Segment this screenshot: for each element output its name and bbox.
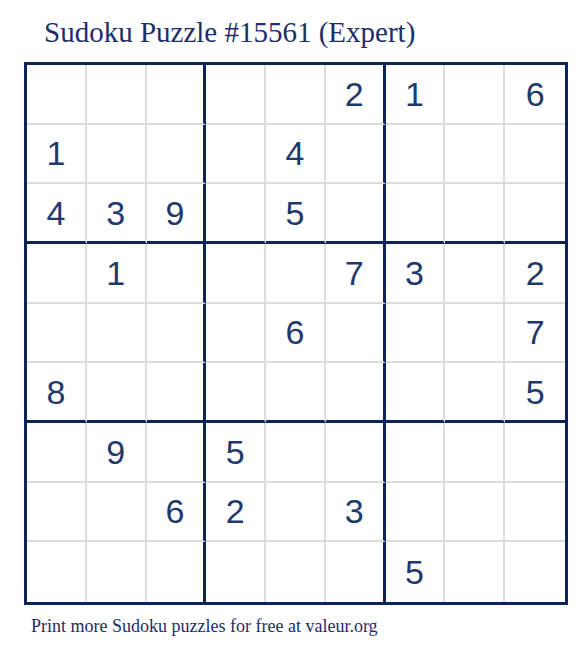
sudoku-board: 21614439517326785956235 xyxy=(24,62,568,605)
cell-r6c2[interactable] xyxy=(87,363,147,423)
cell-r6c5[interactable] xyxy=(266,363,326,423)
cell-r8c1[interactable] xyxy=(27,483,87,543)
cell-r9c8[interactable] xyxy=(445,542,505,602)
cell-r7c4[interactable]: 5 xyxy=(206,423,266,483)
cell-r1c4[interactable] xyxy=(206,65,266,125)
cell-r8c7[interactable] xyxy=(386,483,446,543)
cell-r5c3[interactable] xyxy=(147,304,207,364)
cell-r2c6[interactable] xyxy=(326,125,386,185)
cell-r3c6[interactable] xyxy=(326,184,386,244)
cell-r8c5[interactable] xyxy=(266,483,326,543)
cell-r2c2[interactable] xyxy=(87,125,147,185)
cell-r4c3[interactable] xyxy=(147,244,207,304)
cell-r3c9[interactable] xyxy=(505,184,565,244)
cell-r8c9[interactable] xyxy=(505,483,565,543)
cell-r7c5[interactable] xyxy=(266,423,326,483)
cell-r9c1[interactable] xyxy=(27,542,87,602)
cell-r6c4[interactable] xyxy=(206,363,266,423)
cell-r4c2[interactable]: 1 xyxy=(87,244,147,304)
cell-r5c7[interactable] xyxy=(386,304,446,364)
cell-r3c8[interactable] xyxy=(445,184,505,244)
cell-r4c6[interactable]: 7 xyxy=(326,244,386,304)
cell-r6c3[interactable] xyxy=(147,363,207,423)
cell-r1c9[interactable]: 6 xyxy=(505,65,565,125)
cell-r6c1[interactable]: 8 xyxy=(27,363,87,423)
cell-r8c4[interactable]: 2 xyxy=(206,483,266,543)
cell-r6c7[interactable] xyxy=(386,363,446,423)
cell-r5c5[interactable]: 6 xyxy=(266,304,326,364)
cell-r2c3[interactable] xyxy=(147,125,207,185)
cell-r3c4[interactable] xyxy=(206,184,266,244)
cell-r2c1[interactable]: 1 xyxy=(27,125,87,185)
cell-r1c3[interactable] xyxy=(147,65,207,125)
cell-r4c7[interactable]: 3 xyxy=(386,244,446,304)
cell-r3c7[interactable] xyxy=(386,184,446,244)
cell-r9c6[interactable] xyxy=(326,542,386,602)
cell-r2c7[interactable] xyxy=(386,125,446,185)
cell-r5c6[interactable] xyxy=(326,304,386,364)
cell-r7c7[interactable] xyxy=(386,423,446,483)
cell-r3c1[interactable]: 4 xyxy=(27,184,87,244)
cell-r6c8[interactable] xyxy=(445,363,505,423)
cell-r9c3[interactable] xyxy=(147,542,207,602)
cell-r7c6[interactable] xyxy=(326,423,386,483)
cell-r5c1[interactable] xyxy=(27,304,87,364)
cell-r1c8[interactable] xyxy=(445,65,505,125)
cell-r3c3[interactable]: 9 xyxy=(147,184,207,244)
cell-r9c4[interactable] xyxy=(206,542,266,602)
cell-r9c7[interactable]: 5 xyxy=(386,542,446,602)
page-title: Sudoku Puzzle #15561 (Expert) xyxy=(44,16,415,49)
cell-r2c8[interactable] xyxy=(445,125,505,185)
cell-r3c5[interactable]: 5 xyxy=(266,184,326,244)
cell-r7c2[interactable]: 9 xyxy=(87,423,147,483)
cell-r5c4[interactable] xyxy=(206,304,266,364)
cell-r4c4[interactable] xyxy=(206,244,266,304)
cell-r2c4[interactable] xyxy=(206,125,266,185)
cell-r7c3[interactable] xyxy=(147,423,207,483)
cell-r7c9[interactable] xyxy=(505,423,565,483)
cell-r4c1[interactable] xyxy=(27,244,87,304)
cell-r2c9[interactable] xyxy=(505,125,565,185)
cell-r4c5[interactable] xyxy=(266,244,326,304)
cell-r7c1[interactable] xyxy=(27,423,87,483)
cell-r6c9[interactable]: 5 xyxy=(505,363,565,423)
cell-r7c8[interactable] xyxy=(445,423,505,483)
cell-r1c5[interactable] xyxy=(266,65,326,125)
cell-r8c6[interactable]: 3 xyxy=(326,483,386,543)
cell-r5c8[interactable] xyxy=(445,304,505,364)
cell-r8c8[interactable] xyxy=(445,483,505,543)
cell-r9c5[interactable] xyxy=(266,542,326,602)
cell-r9c9[interactable] xyxy=(505,542,565,602)
cell-r1c2[interactable] xyxy=(87,65,147,125)
cell-r5c9[interactable]: 7 xyxy=(505,304,565,364)
cell-r1c1[interactable] xyxy=(27,65,87,125)
cell-r9c2[interactable] xyxy=(87,542,147,602)
cell-r2c5[interactable]: 4 xyxy=(266,125,326,185)
cell-r4c8[interactable] xyxy=(445,244,505,304)
cell-r1c6[interactable]: 2 xyxy=(326,65,386,125)
cell-r5c2[interactable] xyxy=(87,304,147,364)
cell-r8c2[interactable] xyxy=(87,483,147,543)
cell-r3c2[interactable]: 3 xyxy=(87,184,147,244)
cell-r1c7[interactable]: 1 xyxy=(386,65,446,125)
cell-r4c9[interactable]: 2 xyxy=(505,244,565,304)
footer-text: Print more Sudoku puzzles for free at va… xyxy=(31,616,378,637)
cell-r8c3[interactable]: 6 xyxy=(147,483,207,543)
cell-r6c6[interactable] xyxy=(326,363,386,423)
